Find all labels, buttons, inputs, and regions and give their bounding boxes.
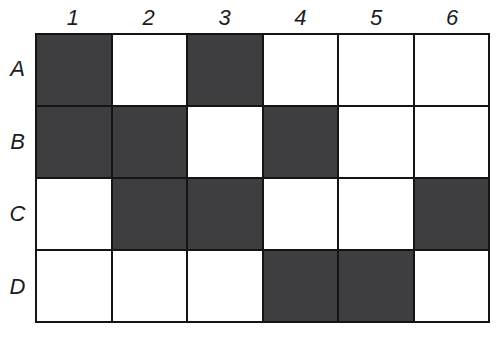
cell-C3[interactable] xyxy=(188,179,262,249)
column-label-1: 1 xyxy=(35,0,111,33)
cell-C2[interactable] xyxy=(113,179,187,249)
cell-D2[interactable] xyxy=(113,251,187,321)
column-label-2: 2 xyxy=(111,0,187,33)
cell-C6[interactable] xyxy=(415,179,489,249)
cell-C5[interactable] xyxy=(339,179,413,249)
column-label-6: 6 xyxy=(414,0,490,33)
cell-D4[interactable] xyxy=(264,251,338,321)
column-label-4: 4 xyxy=(263,0,339,33)
cell-B3[interactable] xyxy=(188,107,262,177)
cell-B4[interactable] xyxy=(264,107,338,177)
row-label-A: A xyxy=(0,33,35,106)
cell-B6[interactable] xyxy=(415,107,489,177)
row-labels: ABCD xyxy=(0,33,35,323)
cell-C4[interactable] xyxy=(264,179,338,249)
column-label-5: 5 xyxy=(338,0,414,33)
cell-D1[interactable] xyxy=(37,251,111,321)
cell-A3[interactable] xyxy=(188,35,262,105)
cell-D6[interactable] xyxy=(415,251,489,321)
cell-A2[interactable] xyxy=(113,35,187,105)
cell-C1[interactable] xyxy=(37,179,111,249)
row-label-C: C xyxy=(0,178,35,251)
cell-A5[interactable] xyxy=(339,35,413,105)
puzzle-diagram: 123456 ABCD xyxy=(0,0,500,338)
puzzle-board xyxy=(35,33,490,323)
column-headers: 123456 xyxy=(35,0,490,33)
cell-B1[interactable] xyxy=(37,107,111,177)
cell-B5[interactable] xyxy=(339,107,413,177)
column-label-3: 3 xyxy=(187,0,263,33)
cell-D5[interactable] xyxy=(339,251,413,321)
row-label-D: D xyxy=(0,251,35,324)
row-label-B: B xyxy=(0,106,35,179)
cell-D3[interactable] xyxy=(188,251,262,321)
cell-A4[interactable] xyxy=(264,35,338,105)
cell-A1[interactable] xyxy=(37,35,111,105)
cell-B2[interactable] xyxy=(113,107,187,177)
cell-A6[interactable] xyxy=(415,35,489,105)
